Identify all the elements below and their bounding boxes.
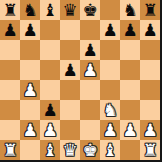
square-h6[interactable]: [140, 40, 160, 60]
square-e4[interactable]: [80, 80, 100, 100]
square-a4[interactable]: [0, 80, 20, 100]
square-a7[interactable]: ♟: [0, 20, 20, 40]
piece-white-pawn[interactable]: ♟: [140, 120, 160, 140]
square-a1[interactable]: ♜: [0, 140, 20, 160]
square-c6[interactable]: [40, 40, 60, 60]
square-f1[interactable]: ♝: [100, 140, 120, 160]
square-a2[interactable]: [0, 120, 20, 140]
square-h3[interactable]: [140, 100, 160, 120]
square-d2[interactable]: [60, 120, 80, 140]
square-b4[interactable]: ♟: [20, 80, 40, 100]
square-g2[interactable]: ♟: [120, 120, 140, 140]
square-c4[interactable]: [40, 80, 60, 100]
square-e5[interactable]: ♟: [80, 60, 100, 80]
square-f4[interactable]: [100, 80, 120, 100]
piece-white-pawn[interactable]: ♟: [20, 80, 40, 100]
piece-white-king[interactable]: ♚: [80, 140, 100, 160]
chess-board: ♜♞♝♛♚♞♜♟♟♟♟♟♟♟♟♟♟♞♟♟♟♟♟♜♝♛♚♝♜: [0, 0, 162, 162]
square-f5[interactable]: [100, 60, 120, 80]
square-e8[interactable]: ♚: [80, 0, 100, 20]
square-h1[interactable]: ♜: [140, 140, 160, 160]
piece-black-rook[interactable]: ♜: [0, 0, 20, 20]
square-e6[interactable]: ♟: [80, 40, 100, 60]
square-g8[interactable]: ♞: [120, 0, 140, 20]
square-e1[interactable]: ♚: [80, 140, 100, 160]
piece-white-rook[interactable]: ♜: [140, 140, 160, 160]
square-f3[interactable]: ♞: [100, 100, 120, 120]
square-a6[interactable]: [0, 40, 20, 60]
square-d4[interactable]: [60, 80, 80, 100]
square-g3[interactable]: [120, 100, 140, 120]
piece-black-queen[interactable]: ♛: [60, 0, 80, 20]
piece-white-pawn[interactable]: ♟: [100, 120, 120, 140]
piece-black-pawn[interactable]: ♟: [140, 20, 160, 40]
piece-black-pawn[interactable]: ♟: [120, 20, 140, 40]
square-g1[interactable]: [120, 140, 140, 160]
square-f2[interactable]: ♟: [100, 120, 120, 140]
square-b1[interactable]: [20, 140, 40, 160]
square-f7[interactable]: ♟: [100, 20, 120, 40]
piece-black-knight[interactable]: ♞: [20, 0, 40, 20]
square-d7[interactable]: [60, 20, 80, 40]
piece-black-pawn[interactable]: ♟: [20, 20, 40, 40]
piece-black-pawn[interactable]: ♟: [80, 40, 100, 60]
square-e3[interactable]: [80, 100, 100, 120]
square-c8[interactable]: ♝: [40, 0, 60, 20]
square-b3[interactable]: [20, 100, 40, 120]
square-c7[interactable]: [40, 20, 60, 40]
piece-black-pawn[interactable]: ♟: [60, 60, 80, 80]
square-c1[interactable]: ♝: [40, 140, 60, 160]
square-g5[interactable]: [120, 60, 140, 80]
square-c3[interactable]: ♟: [40, 100, 60, 120]
piece-white-bishop[interactable]: ♝: [40, 140, 60, 160]
square-g6[interactable]: [120, 40, 140, 60]
piece-black-knight[interactable]: ♞: [120, 0, 140, 20]
square-e2[interactable]: [80, 120, 100, 140]
square-b5[interactable]: [20, 60, 40, 80]
piece-white-bishop[interactable]: ♝: [100, 140, 120, 160]
square-h4[interactable]: [140, 80, 160, 100]
square-g4[interactable]: [120, 80, 140, 100]
piece-white-knight[interactable]: ♞: [100, 100, 120, 120]
piece-black-king[interactable]: ♚: [80, 0, 100, 20]
square-a8[interactable]: ♜: [0, 0, 20, 20]
piece-white-pawn[interactable]: ♟: [20, 120, 40, 140]
piece-white-pawn[interactable]: ♟: [120, 120, 140, 140]
piece-white-queen[interactable]: ♛: [60, 140, 80, 160]
square-d8[interactable]: ♛: [60, 0, 80, 20]
square-h5[interactable]: [140, 60, 160, 80]
square-a3[interactable]: [0, 100, 20, 120]
square-b7[interactable]: ♟: [20, 20, 40, 40]
piece-black-rook[interactable]: ♜: [140, 0, 160, 20]
square-h2[interactable]: ♟: [140, 120, 160, 140]
piece-white-rook[interactable]: ♜: [0, 140, 20, 160]
square-d5[interactable]: ♟: [60, 60, 80, 80]
square-g7[interactable]: ♟: [120, 20, 140, 40]
square-f8[interactable]: [100, 0, 120, 20]
square-a5[interactable]: [0, 60, 20, 80]
piece-black-pawn[interactable]: ♟: [40, 100, 60, 120]
piece-black-pawn[interactable]: ♟: [100, 20, 120, 40]
square-b8[interactable]: ♞: [20, 0, 40, 20]
square-d6[interactable]: [60, 40, 80, 60]
square-d3[interactable]: [60, 100, 80, 120]
piece-black-bishop[interactable]: ♝: [40, 0, 60, 20]
square-c2[interactable]: ♟: [40, 120, 60, 140]
square-e7[interactable]: [80, 20, 100, 40]
piece-black-pawn[interactable]: ♟: [0, 20, 20, 40]
square-d1[interactable]: ♛: [60, 140, 80, 160]
piece-white-pawn[interactable]: ♟: [80, 60, 100, 80]
square-h7[interactable]: ♟: [140, 20, 160, 40]
square-h8[interactable]: ♜: [140, 0, 160, 20]
square-f6[interactable]: [100, 40, 120, 60]
square-b6[interactable]: [20, 40, 40, 60]
square-c5[interactable]: [40, 60, 60, 80]
square-b2[interactable]: ♟: [20, 120, 40, 140]
piece-white-pawn[interactable]: ♟: [40, 120, 60, 140]
